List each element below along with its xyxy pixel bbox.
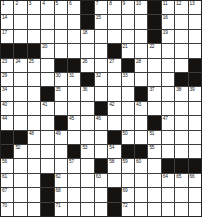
- cell-r7c8[interactable]: [95, 87, 107, 100]
- cell-r1c3[interactable]: 3: [28, 1, 40, 14]
- cell-r11c5[interactable]: [55, 145, 67, 158]
- clue-number-19: 19: [163, 30, 168, 35]
- cell-r14c14[interactable]: [175, 188, 187, 201]
- cell-r3c9[interactable]: [108, 30, 120, 43]
- cell-r5c3[interactable]: 25: [28, 59, 40, 72]
- clue-number-32: 32: [96, 73, 101, 78]
- clue-number-25: 25: [29, 59, 34, 64]
- cell-r9c2[interactable]: [14, 116, 26, 129]
- clue-number-30: 30: [56, 73, 61, 78]
- cell-r10c11[interactable]: [135, 131, 147, 144]
- cell-r14c15[interactable]: [189, 188, 201, 201]
- cell-r5c4[interactable]: [41, 59, 53, 72]
- cell-r13c1[interactable]: 61: [1, 174, 13, 187]
- cell-r15c10[interactable]: 72: [122, 203, 134, 216]
- clue-number-14: 14: [2, 15, 7, 20]
- cell-r2c4[interactable]: [41, 15, 53, 28]
- cell-r12c11[interactable]: 60: [135, 159, 147, 172]
- cell-r3c11[interactable]: [135, 30, 147, 43]
- clue-number-46: 46: [96, 116, 101, 121]
- black-square-r10c1: [1, 131, 13, 144]
- cell-r8c9[interactable]: 42: [108, 102, 120, 115]
- black-square-r12c14: [175, 159, 187, 172]
- cell-r13c15[interactable]: 66: [189, 174, 201, 187]
- cell-r2c2[interactable]: [14, 15, 26, 28]
- clue-number-60: 60: [136, 159, 141, 164]
- cell-r3c14[interactable]: [175, 30, 187, 43]
- cell-r10c3[interactable]: 48: [28, 131, 40, 144]
- cell-r3c8[interactable]: [95, 30, 107, 43]
- cell-r5c9[interactable]: 27: [108, 59, 120, 72]
- black-square-r1c7: [81, 1, 93, 14]
- cell-r5c12[interactable]: [148, 59, 160, 72]
- cell-r13c7[interactable]: [81, 174, 93, 187]
- cell-r8c15[interactable]: [189, 102, 201, 115]
- clue-number-16: 16: [163, 15, 168, 20]
- cell-r4c14[interactable]: [175, 44, 187, 57]
- cell-r3c1[interactable]: 17: [1, 30, 13, 43]
- cell-r10c4[interactable]: [41, 131, 53, 144]
- cell-r11c8[interactable]: [95, 145, 107, 158]
- cell-r1c10[interactable]: 9: [122, 1, 134, 14]
- cell-r1c14[interactable]: 12: [175, 1, 187, 14]
- black-square-r11c1: [1, 145, 13, 158]
- clue-number-29: 29: [2, 73, 7, 78]
- black-square-r10c2: [14, 131, 26, 144]
- clue-number-7: 7: [96, 1, 98, 6]
- cell-r7c14[interactable]: 38: [175, 87, 187, 100]
- clue-number-12: 12: [176, 1, 181, 6]
- black-square-r2c12: [148, 15, 160, 28]
- cell-r8c11[interactable]: 43: [135, 102, 147, 115]
- black-square-r12c13: [162, 159, 174, 172]
- cell-r11c7[interactable]: 53: [81, 145, 93, 158]
- cell-r15c1[interactable]: 70: [1, 203, 13, 216]
- black-square-r14c4: [41, 188, 53, 201]
- black-square-r11c11: [135, 145, 147, 158]
- cell-r6c13[interactable]: [162, 73, 174, 86]
- crossword-grid: 1234567891011121314151617181920212223242…: [0, 0, 202, 217]
- clue-number-71: 71: [56, 203, 61, 208]
- cell-r9c15[interactable]: [189, 116, 201, 129]
- cell-r6c10[interactable]: 33: [122, 73, 134, 86]
- cell-r4c15[interactable]: [189, 44, 201, 57]
- cell-r5c14[interactable]: [175, 59, 187, 72]
- clue-number-70: 70: [2, 203, 7, 208]
- cell-r10c12[interactable]: 51: [148, 131, 160, 144]
- cell-r14c1[interactable]: 67: [1, 188, 13, 201]
- clue-number-21: 21: [123, 44, 128, 49]
- cell-r5c2[interactable]: 24: [14, 59, 26, 72]
- cell-r7c1[interactable]: 34: [1, 87, 13, 100]
- cell-r3c7[interactable]: 18: [81, 30, 93, 43]
- clue-number-11: 11: [163, 1, 168, 6]
- cell-r13c13[interactable]: 64: [162, 174, 174, 187]
- cell-r6c9[interactable]: [108, 73, 120, 86]
- clue-number-20: 20: [42, 44, 47, 49]
- black-square-r4c9: [108, 44, 120, 57]
- cell-r11c4[interactable]: [41, 145, 53, 158]
- cell-r2c3[interactable]: [28, 15, 40, 28]
- cell-r13c14[interactable]: 65: [175, 174, 187, 187]
- cell-r2c15[interactable]: [189, 15, 201, 28]
- cell-r7c5[interactable]: 35: [55, 87, 67, 100]
- cell-r14c13[interactable]: [162, 188, 174, 201]
- cell-r13c5[interactable]: 62: [55, 174, 67, 187]
- black-square-r7c4: [41, 87, 53, 100]
- clue-number-51: 51: [149, 131, 154, 136]
- cell-r13c6[interactable]: [68, 174, 80, 187]
- clue-number-47: 47: [163, 116, 168, 121]
- cell-r7c6[interactable]: [68, 87, 80, 100]
- clue-number-56: 56: [2, 159, 7, 164]
- clue-number-10: 10: [136, 1, 141, 6]
- black-square-r10c9: [108, 131, 120, 144]
- cell-r8c14[interactable]: [175, 102, 187, 115]
- cell-r1c6[interactable]: 6: [68, 1, 80, 14]
- clue-number-66: 66: [190, 174, 195, 179]
- cell-r12c2[interactable]: [14, 159, 26, 172]
- cell-r15c7[interactable]: [81, 203, 93, 216]
- cell-r1c13[interactable]: 11: [162, 1, 174, 14]
- clue-number-65: 65: [176, 174, 181, 179]
- cell-r7c9[interactable]: [108, 87, 120, 100]
- cell-r15c12[interactable]: [148, 203, 160, 216]
- cell-r4c7[interactable]: [81, 44, 93, 57]
- cell-r4c12[interactable]: 22: [148, 44, 160, 57]
- clue-number-64: 64: [163, 174, 168, 179]
- cell-r2c6[interactable]: [68, 15, 80, 28]
- black-square-r15c9: [108, 203, 120, 216]
- clue-number-68: 68: [56, 188, 61, 193]
- black-square-r4c3: [28, 44, 40, 57]
- clue-number-36: 36: [82, 87, 87, 92]
- cell-r15c11[interactable]: [135, 203, 147, 216]
- cell-r9c8[interactable]: 46: [95, 116, 107, 129]
- cell-r3c15[interactable]: [189, 30, 201, 43]
- black-square-r7c11: [135, 87, 147, 100]
- cell-r6c4[interactable]: [41, 73, 53, 86]
- clue-number-58: 58: [109, 159, 114, 164]
- black-square-r5c5: [55, 59, 67, 72]
- cell-r7c2[interactable]: [14, 87, 26, 100]
- clue-number-41: 41: [42, 102, 47, 107]
- clue-number-26: 26: [82, 59, 87, 64]
- cell-r15c2[interactable]: [14, 203, 26, 216]
- cell-r10c14[interactable]: [175, 131, 187, 144]
- cell-r2c11[interactable]: [135, 15, 147, 28]
- cell-r14c11[interactable]: [135, 188, 147, 201]
- black-square-r14c9: [108, 188, 120, 201]
- cell-r3c13[interactable]: 19: [162, 30, 174, 43]
- cell-r12c3[interactable]: [28, 159, 40, 172]
- cell-r8c3[interactable]: [28, 102, 40, 115]
- clue-number-63: 63: [96, 174, 101, 179]
- cell-r13c3[interactable]: [28, 174, 40, 187]
- cell-r6c11[interactable]: [135, 73, 147, 86]
- cell-r10c5[interactable]: 49: [55, 131, 67, 144]
- cell-r12c9[interactable]: 58: [108, 159, 120, 172]
- cell-r9c3[interactable]: [28, 116, 40, 129]
- black-square-r5c6: [68, 59, 80, 72]
- clue-number-50: 50: [123, 131, 128, 136]
- cell-r11c3[interactable]: [28, 145, 40, 158]
- black-square-r12c8: [95, 159, 107, 172]
- clue-number-6: 6: [69, 1, 71, 6]
- cell-r15c5[interactable]: 71: [55, 203, 67, 216]
- black-square-r9c12: [148, 116, 160, 129]
- cell-r8c5[interactable]: [55, 102, 67, 115]
- clue-number-45: 45: [69, 116, 74, 121]
- cell-r1c15[interactable]: 13: [189, 1, 201, 14]
- clue-number-18: 18: [82, 30, 87, 35]
- cell-r9c11[interactable]: [135, 116, 147, 129]
- black-square-r13c4: [41, 174, 53, 187]
- cell-r4c8[interactable]: [95, 44, 107, 57]
- clue-number-53: 53: [82, 145, 87, 150]
- black-square-r6c14: [175, 73, 187, 86]
- cell-r9c4[interactable]: [41, 116, 53, 129]
- cell-r12c7[interactable]: [81, 159, 93, 172]
- cell-r12c1[interactable]: 56: [1, 159, 13, 172]
- black-square-r6c15: [189, 73, 201, 86]
- cell-r3c5[interactable]: [55, 30, 67, 43]
- black-square-r4c1: [1, 44, 13, 57]
- cell-r7c7[interactable]: 36: [81, 87, 93, 100]
- cell-r9c9[interactable]: [108, 116, 120, 129]
- cell-r3c2[interactable]: [14, 30, 26, 43]
- cell-r13c11[interactable]: [135, 174, 147, 187]
- cell-r1c9[interactable]: 8: [108, 1, 120, 14]
- cell-r12c12[interactable]: [148, 159, 160, 172]
- cell-r3c6[interactable]: [68, 30, 80, 43]
- cell-r15c14[interactable]: [175, 203, 187, 216]
- cell-r5c8[interactable]: [95, 59, 107, 72]
- cell-r5c11[interactable]: 28: [135, 59, 147, 72]
- cell-r2c9[interactable]: [108, 15, 120, 28]
- cell-r8c6[interactable]: [68, 102, 80, 115]
- cell-r15c3[interactable]: [28, 203, 40, 216]
- cell-r12c6[interactable]: 57: [68, 159, 80, 172]
- clue-number-34: 34: [2, 87, 7, 92]
- cell-r12c4[interactable]: [41, 159, 53, 172]
- cell-r11c9[interactable]: 54: [108, 145, 120, 158]
- cell-r3c4[interactable]: [41, 30, 53, 43]
- cell-r1c8[interactable]: 7: [95, 1, 107, 14]
- cell-r11c15[interactable]: [189, 145, 201, 158]
- cell-r7c12[interactable]: 37: [148, 87, 160, 100]
- black-square-r2c7: [81, 15, 93, 28]
- cell-r14c2[interactable]: [14, 188, 26, 201]
- cell-r4c11[interactable]: [135, 44, 147, 57]
- clue-number-5: 5: [56, 1, 58, 6]
- cell-r2c10[interactable]: [122, 15, 134, 28]
- cell-r11c13[interactable]: [162, 145, 174, 158]
- clue-number-39: 39: [190, 87, 195, 92]
- black-square-r11c10: [122, 145, 134, 158]
- cell-r6c1[interactable]: 29: [1, 73, 13, 86]
- clue-number-33: 33: [123, 73, 128, 78]
- cell-r10c8[interactable]: [95, 131, 107, 144]
- clue-number-59: 59: [123, 159, 128, 164]
- cell-r10c7[interactable]: [81, 131, 93, 144]
- cell-r7c3[interactable]: [28, 87, 40, 100]
- cell-r2c13[interactable]: 16: [162, 15, 174, 28]
- clue-number-1: 1: [2, 1, 4, 6]
- clue-number-55: 55: [149, 145, 154, 150]
- clue-number-2: 2: [15, 1, 17, 6]
- cell-r13c8[interactable]: 63: [95, 174, 107, 187]
- cell-r12c5[interactable]: [55, 159, 67, 172]
- cell-r13c9[interactable]: [108, 174, 120, 187]
- cell-r8c2[interactable]: [14, 102, 26, 115]
- cell-r1c2[interactable]: 2: [14, 1, 26, 14]
- cell-r14c6[interactable]: [68, 188, 80, 201]
- cell-r13c2[interactable]: [14, 174, 26, 187]
- black-square-r4c2: [14, 44, 26, 57]
- black-square-r12c15: [189, 159, 201, 172]
- cell-r4c4[interactable]: 20: [41, 44, 53, 57]
- clue-number-28: 28: [136, 59, 141, 64]
- clue-number-38: 38: [176, 87, 181, 92]
- cell-r9c6[interactable]: 45: [68, 116, 80, 129]
- clue-number-24: 24: [15, 59, 20, 64]
- cell-r9c13[interactable]: 47: [162, 116, 174, 129]
- clue-number-37: 37: [149, 87, 154, 92]
- cell-r6c5[interactable]: 30: [55, 73, 67, 86]
- black-square-r3c12: [148, 30, 160, 43]
- cell-r8c4[interactable]: 41: [41, 102, 53, 115]
- clue-number-9: 9: [123, 1, 125, 6]
- cell-r8c12[interactable]: [148, 102, 160, 115]
- cell-r4c13[interactable]: [162, 44, 174, 57]
- cell-r2c8[interactable]: 15: [95, 15, 107, 28]
- clue-number-17: 17: [2, 30, 7, 35]
- cell-r8c10[interactable]: [122, 102, 134, 115]
- cell-r8c13[interactable]: [162, 102, 174, 115]
- black-square-r6c7: [81, 73, 93, 86]
- cell-r2c5[interactable]: [55, 15, 67, 28]
- black-square-r1c12: [148, 1, 160, 14]
- cell-r2c14[interactable]: [175, 15, 187, 28]
- cell-r10c6[interactable]: [68, 131, 80, 144]
- clue-number-42: 42: [109, 102, 114, 107]
- clue-number-23: 23: [2, 59, 7, 64]
- cell-r5c1[interactable]: 23: [1, 59, 13, 72]
- cell-r15c8[interactable]: [95, 203, 107, 216]
- cell-r11c12[interactable]: 55: [148, 145, 160, 158]
- cell-r1c1[interactable]: 1: [1, 1, 13, 14]
- clue-number-31: 31: [69, 73, 74, 78]
- cell-r7c15[interactable]: 39: [189, 87, 201, 100]
- cell-r7c10[interactable]: [122, 87, 134, 100]
- cell-r10c10[interactable]: 50: [122, 131, 134, 144]
- black-square-r9c5: [55, 116, 67, 129]
- clue-number-8: 8: [109, 1, 111, 6]
- clue-number-62: 62: [56, 174, 61, 179]
- cell-r1c11[interactable]: 10: [135, 1, 147, 14]
- cell-r9c7[interactable]: [81, 116, 93, 129]
- cell-r10c13[interactable]: [162, 131, 174, 144]
- clue-number-40: 40: [2, 102, 7, 107]
- black-square-r15c4: [41, 203, 53, 216]
- cell-r14c3[interactable]: [28, 188, 40, 201]
- clue-number-52: 52: [15, 145, 20, 150]
- clue-number-27: 27: [109, 59, 114, 64]
- clue-number-49: 49: [56, 131, 61, 136]
- cell-r6c8[interactable]: 32: [95, 73, 107, 86]
- cell-r13c12[interactable]: [148, 174, 160, 187]
- cell-r7c13[interactable]: [162, 87, 174, 100]
- cell-r10c15[interactable]: [189, 131, 201, 144]
- cell-r11c2[interactable]: 52: [14, 145, 26, 158]
- cell-r8c1[interactable]: 40: [1, 102, 13, 115]
- clue-number-43: 43: [136, 102, 141, 107]
- cell-r3c10[interactable]: [122, 30, 134, 43]
- cell-r9c10[interactable]: [122, 116, 134, 129]
- cell-r4c5[interactable]: [55, 44, 67, 57]
- clue-number-48: 48: [29, 131, 34, 136]
- cell-r1c5[interactable]: 5: [55, 1, 67, 14]
- cell-r6c12[interactable]: [148, 73, 160, 86]
- clue-number-72: 72: [123, 203, 128, 208]
- cell-r9c14[interactable]: [175, 116, 187, 129]
- clue-number-13: 13: [190, 1, 195, 6]
- cell-r4c6[interactable]: [68, 44, 80, 57]
- clue-number-15: 15: [96, 15, 101, 20]
- cell-r13c10[interactable]: [122, 174, 134, 187]
- cell-r14c10[interactable]: 69: [122, 188, 134, 201]
- cell-r12c10[interactable]: 59: [122, 159, 134, 172]
- cell-r14c7[interactable]: [81, 188, 93, 201]
- cell-r5c7[interactable]: 26: [81, 59, 93, 72]
- cell-r8c7[interactable]: [81, 102, 93, 115]
- clue-number-44: 44: [2, 116, 7, 121]
- cell-r6c6[interactable]: 31: [68, 73, 80, 86]
- cell-r9c1[interactable]: 44: [1, 116, 13, 129]
- clue-number-57: 57: [69, 159, 74, 164]
- clue-number-54: 54: [109, 145, 114, 150]
- black-square-r8c8: [95, 102, 107, 115]
- cell-r15c15[interactable]: [189, 203, 201, 216]
- cell-r5c13[interactable]: [162, 59, 174, 72]
- crossword-board: 1234567891011121314151617181920212223242…: [0, 0, 202, 217]
- cell-r14c5[interactable]: 68: [55, 188, 67, 201]
- clue-number-61: 61: [2, 174, 7, 179]
- black-square-r11c6: [68, 145, 80, 158]
- cell-r6c3[interactable]: [28, 73, 40, 86]
- cell-r11c14[interactable]: [175, 145, 187, 158]
- cell-r14c8[interactable]: [95, 188, 107, 201]
- clue-number-35: 35: [56, 87, 61, 92]
- cell-r4c10[interactable]: 21: [122, 44, 134, 57]
- clue-number-22: 22: [149, 44, 154, 49]
- clue-number-4: 4: [42, 1, 44, 6]
- cell-r15c6[interactable]: [68, 203, 80, 216]
- cell-r3c3[interactable]: [28, 30, 40, 43]
- cell-r1c4[interactable]: 4: [41, 1, 53, 14]
- cell-r2c1[interactable]: 14: [1, 15, 13, 28]
- cell-r15c13[interactable]: [162, 203, 174, 216]
- clue-number-3: 3: [29, 1, 31, 6]
- cell-r14c12[interactable]: [148, 188, 160, 201]
- black-square-r5c15: [189, 59, 201, 72]
- clue-number-69: 69: [123, 188, 128, 193]
- black-square-r5c10: [122, 59, 134, 72]
- clue-number-67: 67: [2, 188, 7, 193]
- cell-r6c2[interactable]: [14, 73, 26, 86]
